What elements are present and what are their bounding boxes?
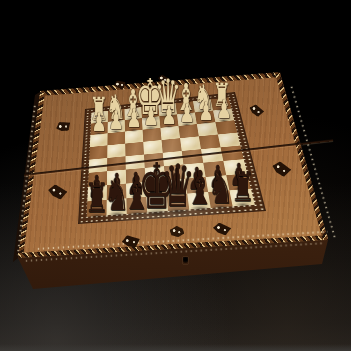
- square-c8: [187, 192, 211, 209]
- square-d7: [165, 179, 187, 196]
- square-e8: [146, 195, 168, 212]
- square-a8: [229, 189, 254, 207]
- table-edge-highlight: [0, 344, 351, 351]
- square-a7: [226, 174, 251, 191]
- square-c7: [185, 177, 208, 194]
- square-e7: [146, 180, 167, 196]
- keyhole: [183, 257, 188, 264]
- photo-stage: ♜♞♝♚♛♝♞♜♟♟♟♟♟♟♟♟♟♟♟♟♟♟♟♟♜♞♝♚♛♝♞♜: [0, 0, 351, 351]
- square-f7: [126, 182, 146, 198]
- square-h7: [87, 185, 107, 201]
- square-d8: [167, 194, 190, 211]
- square-g8: [107, 198, 127, 215]
- square-f8: [126, 197, 147, 214]
- square-g7: [107, 184, 127, 200]
- square-h8: [87, 200, 107, 217]
